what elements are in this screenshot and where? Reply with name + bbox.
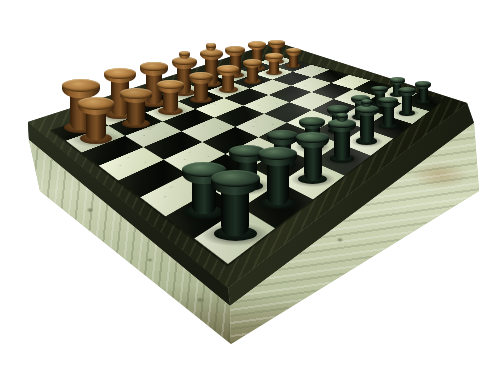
piece-part-cap — [225, 46, 245, 53]
piece-part-cap — [296, 132, 329, 143]
piece-part-cap — [243, 59, 262, 66]
piece-part-cap — [415, 81, 431, 87]
piece-brown-pawn-d2[interactable] — [189, 72, 214, 103]
piece-brown-pawn-g2[interactable] — [265, 53, 283, 75]
piece-part-cap — [299, 117, 325, 126]
piece-part-kcap — [361, 99, 372, 104]
product-photo-stage — [0, 0, 500, 366]
piece-brown-pawn-f2[interactable] — [243, 59, 262, 84]
piece-part-cap — [258, 147, 297, 160]
piece-green-bishop-f8[interactable] — [378, 97, 398, 130]
piece-part-neck — [127, 99, 145, 125]
piece-part-neck — [383, 104, 394, 127]
piece-part-cap — [120, 88, 152, 99]
piece-green-rook-a8[interactable] — [211, 170, 261, 240]
piece-part-neck — [247, 66, 258, 82]
piece-part-neck — [304, 143, 322, 180]
piece-green-queen-d8[interactable] — [328, 113, 355, 163]
piece-brown-pawn-h2[interactable] — [286, 48, 302, 68]
piece-part-neck — [419, 87, 428, 102]
piece-green-king-e8[interactable] — [355, 99, 379, 145]
piece-green-knight-g8[interactable] — [398, 87, 416, 115]
piece-brown-pawn-c2[interactable] — [157, 80, 185, 115]
piece-green-bishop-c8[interactable] — [296, 132, 329, 184]
pieces-layer — [0, 0, 500, 366]
piece-part-neck — [360, 113, 373, 142]
piece-part-cap — [248, 41, 266, 47]
piece-part-cap — [157, 80, 185, 89]
piece-part-cap — [390, 77, 405, 82]
piece-part-cap — [104, 68, 137, 79]
piece-part-neck — [334, 129, 349, 160]
piece-part-neck — [267, 161, 289, 206]
piece-part-neck — [221, 188, 249, 236]
piece-green-knight-b8[interactable] — [258, 147, 297, 210]
piece-brown-pawn-b2[interactable] — [120, 88, 152, 129]
piece-part-kcap — [179, 51, 191, 56]
piece-part-neck — [402, 94, 412, 114]
piece-part-cap — [217, 65, 239, 72]
piece-brown-pawn-a2[interactable] — [78, 97, 115, 144]
piece-brown-pawn-e2[interactable] — [217, 65, 239, 93]
piece-green-rook-h8[interactable] — [415, 81, 431, 104]
piece-part-cap — [78, 97, 115, 110]
